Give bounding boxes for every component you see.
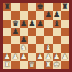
square-a1[interactable]: ♜ bbox=[3, 61, 11, 69]
square-b1[interactable] bbox=[11, 61, 19, 69]
square-h1[interactable] bbox=[61, 61, 69, 69]
square-d4[interactable] bbox=[28, 36, 36, 44]
black-pawn-icon: ♟ bbox=[45, 11, 52, 19]
black-pawn-icon: ♟ bbox=[12, 28, 19, 36]
square-e1[interactable] bbox=[36, 61, 44, 69]
white-pawn-icon: ♟ bbox=[12, 52, 19, 60]
square-h7[interactable] bbox=[61, 11, 69, 19]
square-g6[interactable]: ♝ bbox=[53, 20, 61, 28]
square-h6[interactable] bbox=[61, 20, 69, 28]
square-c6[interactable]: ♟ bbox=[20, 20, 28, 28]
square-f5[interactable] bbox=[44, 28, 52, 36]
square-e4[interactable] bbox=[36, 36, 44, 44]
square-d1[interactable]: ♛ bbox=[28, 61, 36, 69]
square-b5[interactable]: ♟ bbox=[11, 28, 19, 36]
square-g1[interactable]: ♚ bbox=[53, 61, 61, 69]
square-d5[interactable] bbox=[28, 28, 36, 36]
square-a8[interactable]: ♜ bbox=[3, 3, 11, 11]
black-bishop-icon: ♝ bbox=[53, 19, 60, 27]
black-king-icon: ♚ bbox=[37, 3, 44, 11]
chess-thumbnail: ♜♚♜♟♟♛♟♟♟♝♟♟♞♝♟♟♟♟♟♟♟♜♛♜♚ bbox=[0, 0, 72, 72]
black-pawn-icon: ♟ bbox=[20, 19, 27, 27]
black-pawn-icon: ♟ bbox=[37, 19, 44, 27]
square-h2[interactable]: ♟ bbox=[61, 53, 69, 61]
square-d3[interactable] bbox=[28, 44, 36, 52]
white-pawn-icon: ♟ bbox=[37, 52, 44, 60]
square-f1[interactable]: ♜ bbox=[44, 61, 52, 69]
square-a4[interactable] bbox=[3, 36, 11, 44]
square-e8[interactable]: ♚ bbox=[36, 3, 44, 11]
square-b8[interactable] bbox=[11, 3, 19, 11]
square-g4[interactable] bbox=[53, 36, 61, 44]
square-f7[interactable]: ♟ bbox=[44, 11, 52, 19]
square-f6[interactable] bbox=[44, 20, 52, 28]
black-pawn-icon: ♟ bbox=[29, 19, 36, 27]
square-e2[interactable]: ♟ bbox=[36, 53, 44, 61]
square-d8[interactable] bbox=[28, 3, 36, 11]
square-h8[interactable]: ♜ bbox=[61, 3, 69, 11]
white-pawn-icon: ♟ bbox=[62, 52, 69, 60]
square-c2[interactable]: ♟ bbox=[20, 53, 28, 61]
square-a5[interactable] bbox=[3, 28, 11, 36]
square-c8[interactable] bbox=[20, 3, 28, 11]
square-g5[interactable] bbox=[53, 28, 61, 36]
black-rook-icon: ♜ bbox=[62, 3, 69, 11]
white-king-icon: ♚ bbox=[53, 61, 60, 69]
square-c1[interactable] bbox=[20, 61, 28, 69]
chess-board[interactable]: ♜♚♜♟♟♛♟♟♟♝♟♟♞♝♟♟♟♟♟♟♟♜♛♜♚ bbox=[3, 3, 69, 69]
square-a7[interactable] bbox=[3, 11, 11, 19]
white-rook-icon: ♜ bbox=[4, 61, 11, 69]
square-e5[interactable] bbox=[36, 28, 44, 36]
square-h4[interactable] bbox=[61, 36, 69, 44]
square-a6[interactable] bbox=[3, 20, 11, 28]
white-queen-icon: ♛ bbox=[29, 61, 36, 69]
white-rook-icon: ♜ bbox=[45, 61, 52, 69]
square-h5[interactable] bbox=[61, 28, 69, 36]
black-rook-icon: ♜ bbox=[4, 3, 11, 11]
white-pawn-icon: ♟ bbox=[20, 52, 27, 60]
square-b4[interactable] bbox=[11, 36, 19, 44]
square-d6[interactable]: ♟ bbox=[28, 20, 36, 28]
square-b2[interactable]: ♟ bbox=[11, 53, 19, 61]
square-e6[interactable]: ♟ bbox=[36, 20, 44, 28]
